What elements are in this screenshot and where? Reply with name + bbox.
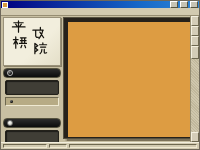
app-icon — [2, 2, 8, 8]
logo-kanji-in — [33, 41, 48, 56]
black-player-plate[interactable] — [3, 68, 61, 78]
app-window — [0, 0, 200, 150]
app-logo — [3, 17, 61, 66]
captured-black-stone-icon — [10, 100, 14, 104]
tool-button-2[interactable] — [191, 36, 199, 46]
main-area — [1, 16, 199, 142]
board-area — [63, 16, 190, 142]
logo-kanji-sei — [31, 26, 46, 41]
status-filler — [69, 144, 197, 148]
white-stone-icon — [7, 120, 13, 126]
scrollbar-track[interactable] — [191, 59, 199, 132]
logo-kanji-ki — [12, 35, 27, 50]
scroll-up-button[interactable] — [191, 16, 199, 26]
close-button[interactable] — [190, 1, 198, 8]
menu-bar — [1, 8, 199, 16]
board-scrollbar — [190, 16, 199, 142]
side-panel — [1, 16, 63, 142]
white-player-plate[interactable] — [3, 118, 61, 128]
scrollbar-thumb[interactable] — [191, 46, 199, 59]
minimize-button[interactable] — [170, 1, 178, 8]
logo-kanji-hei — [11, 19, 26, 34]
go-board-grid — [68, 22, 193, 138]
title-bar[interactable] — [1, 1, 199, 8]
black-stone-icon — [7, 70, 13, 76]
go-board — [63, 17, 194, 139]
status-move-count — [3, 144, 47, 148]
black-timer — [5, 80, 59, 95]
status-aux — [49, 144, 67, 148]
scroll-down-button[interactable] — [191, 132, 199, 142]
capture-counter — [5, 97, 59, 106]
maximize-button[interactable] — [180, 1, 188, 8]
tool-button-1[interactable] — [191, 26, 199, 36]
status-bar — [1, 142, 199, 149]
